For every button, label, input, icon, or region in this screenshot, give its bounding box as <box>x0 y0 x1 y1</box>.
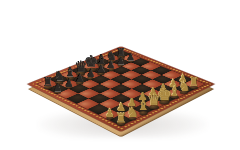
piece-white-knight-b1: ♞ <box>126 105 139 119</box>
pawn-figurine-icon: ♟ <box>105 107 115 118</box>
pawn-figurine-icon: ♟ <box>53 82 63 93</box>
pawn-figurine-icon: ♟ <box>75 73 84 83</box>
piece-white-rook-a1: ♜ <box>115 111 127 124</box>
pawn-figurine-icon: ♟ <box>126 52 135 62</box>
piece-black-pawn-d7: ♟ <box>86 69 95 79</box>
pawn-figurine-icon: ♟ <box>117 56 126 66</box>
piece-black-pawn-h7: ♟ <box>126 52 135 62</box>
pieces-layer: ♜♞♝♛♚♝♞♜♟♟♟♟♟♟♟♟♟♟♟♟♟♟♟♟♜♞♝♛♚♝♞♜ <box>0 0 240 150</box>
pawn-figurine-icon: ♟ <box>107 60 116 70</box>
piece-black-pawn-e7: ♟ <box>96 64 105 74</box>
pawn-figurine-icon: ♟ <box>86 69 95 79</box>
piece-black-rook-a8: ♜ <box>43 76 54 88</box>
pawn-figurine-icon: ♟ <box>96 64 105 74</box>
piece-black-pawn-c7: ♟ <box>75 73 84 83</box>
rook-figurine-icon: ♜ <box>115 111 127 124</box>
piece-black-pawn-b7: ♟ <box>64 78 73 89</box>
chess-set-photo: ♜♞♝♛♚♝♞♜♟♟♟♟♟♟♟♟♟♟♟♟♟♟♟♟♜♞♝♛♚♝♞♜ <box>0 0 240 150</box>
bishop-figurine-icon: ♝ <box>137 99 149 113</box>
rook-figurine-icon: ♜ <box>43 76 54 88</box>
piece-white-bishop-c1: ♝ <box>137 99 149 113</box>
piece-black-pawn-g7: ♟ <box>117 56 126 66</box>
knight-figurine-icon: ♞ <box>126 105 139 119</box>
piece-black-pawn-a7: ♟ <box>53 82 63 93</box>
piece-black-pawn-f7: ♟ <box>107 60 116 70</box>
piece-white-pawn-a2: ♟ <box>105 107 115 118</box>
pawn-figurine-icon: ♟ <box>64 78 73 89</box>
